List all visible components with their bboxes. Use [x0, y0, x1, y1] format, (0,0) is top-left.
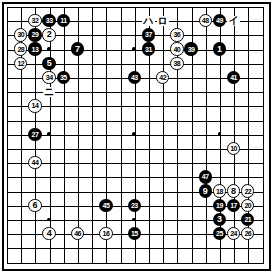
stone-white-10: 10: [227, 142, 240, 155]
stone-black-31: 31: [142, 42, 155, 55]
stone-white-32: 32: [28, 14, 41, 27]
stone-white-12: 12: [14, 57, 27, 70]
stone-white-18: 18: [213, 184, 226, 197]
point-label-i: イ: [227, 16, 239, 26]
stone-white-14: 14: [28, 99, 41, 112]
stone-white-42: 42: [156, 71, 169, 84]
point-label-ha: ハ: [142, 16, 154, 26]
star-point: [47, 218, 51, 222]
stone-black-39: 39: [184, 42, 197, 55]
stone-white-2: 2: [42, 28, 55, 41]
star-point: [132, 47, 136, 51]
stone-white-46: 46: [71, 227, 84, 240]
stone-black-11: 11: [57, 14, 70, 27]
point-label-ni: ニ: [43, 87, 55, 97]
stone-black-37: 37: [142, 28, 155, 41]
stone-white-22: 22: [241, 184, 254, 197]
stone-black-21: 21: [241, 213, 254, 226]
stone-black-45: 45: [99, 199, 112, 212]
stone-black-3: 3: [213, 213, 226, 226]
stone-white-28: 28: [14, 42, 27, 55]
stone-black-41: 41: [227, 71, 240, 84]
star-point: [218, 132, 222, 136]
stone-white-16: 16: [99, 227, 112, 240]
stone-black-5: 5: [42, 57, 55, 70]
stone-white-6: 6: [28, 199, 41, 212]
stone-black-29: 29: [28, 28, 41, 41]
stone-white-36: 36: [170, 28, 183, 41]
stone-black-15: 15: [128, 227, 141, 240]
go-kifu-diagram: 1234567891011121314151617181920212223242…: [0, 0, 272, 272]
stone-white-48: 48: [199, 14, 212, 27]
stone-black-27: 27: [28, 128, 41, 141]
stone-black-17: 17: [227, 199, 240, 212]
stone-white-8: 8: [227, 184, 240, 197]
stone-white-30: 30: [14, 28, 27, 41]
stone-white-40: 40: [170, 42, 183, 55]
stone-black-33: 33: [42, 14, 55, 27]
stone-black-47: 47: [199, 170, 212, 183]
stone-black-13: 13: [28, 42, 41, 55]
stone-black-23: 23: [128, 199, 141, 212]
stone-white-4: 4: [42, 227, 55, 240]
stone-black-25: 25: [213, 227, 226, 240]
stone-white-38: 38: [170, 57, 183, 70]
stone-white-26: 26: [241, 227, 254, 240]
stone-black-1: 1: [213, 42, 226, 55]
star-point: [132, 218, 136, 222]
stone-black-49: 49: [213, 14, 226, 27]
point-label-ro: ロ: [157, 16, 169, 26]
stone-white-24: 24: [227, 227, 240, 240]
stone-white-34: 34: [42, 71, 55, 84]
star-point: [47, 47, 51, 51]
stone-black-19: 19: [213, 199, 226, 212]
stone-white-20: 20: [241, 199, 254, 212]
stone-white-44: 44: [28, 156, 41, 169]
stone-black-7: 7: [71, 42, 84, 55]
stone-black-9: 9: [199, 184, 212, 197]
board-grid: 1234567891011121314151617181920212223242…: [0, 0, 269, 269]
star-point: [47, 132, 51, 136]
star-point: [132, 132, 136, 136]
stone-black-43: 43: [128, 71, 141, 84]
stone-black-35: 35: [57, 71, 70, 84]
